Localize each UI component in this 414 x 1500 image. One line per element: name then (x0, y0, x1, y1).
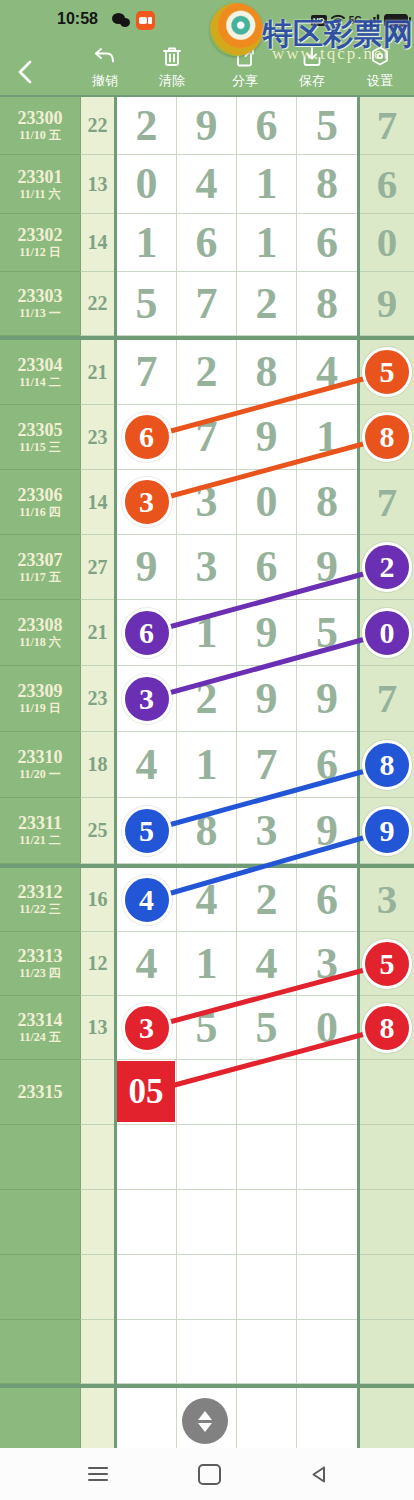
digit-cell[interactable] (297, 1060, 357, 1125)
marked-digit-circle-red[interactable]: 8 (362, 1003, 412, 1053)
sum-cell: 14 (80, 470, 114, 535)
period-number: 23309 (0, 681, 80, 701)
digit-cell[interactable]: 9 (117, 535, 177, 600)
digit-cell[interactable]: 6 (297, 214, 357, 272)
sum-cell (80, 1190, 114, 1255)
sum-cell: 21 (80, 340, 114, 405)
draw-digit: 2 (196, 677, 218, 721)
draw-digit: 1 (196, 743, 218, 787)
draw-date: 11/11 六 (0, 187, 80, 202)
digit-cell[interactable]: 6 (177, 214, 237, 272)
draw-digit: 1 (196, 942, 218, 986)
digit-cell[interactable] (297, 1388, 357, 1454)
tail-digit-cell[interactable] (360, 1320, 414, 1384)
digit-cell[interactable]: 7 (237, 732, 297, 798)
draw-date: 11/15 三 (0, 440, 80, 455)
draw-digit: 4 (136, 743, 158, 787)
draw-digit: 5 (136, 282, 158, 326)
digit-cell[interactable]: 9 (297, 535, 357, 600)
chart-toolbar: 撤销 清除 分享 保存 设置 (0, 40, 414, 95)
chart-row: 2331011/20 一1841768 (0, 732, 414, 798)
digit-cell[interactable]: 1 (177, 732, 237, 798)
tail-digit-cell[interactable]: 9 (360, 798, 414, 864)
chart-row: 2330711/17 五2793692 (0, 535, 414, 600)
digit-cell[interactable]: 3 (177, 535, 237, 600)
chart-row: 2330211/12 日1416160 (0, 214, 414, 272)
draw-digit: 2 (136, 104, 158, 148)
digit-cell[interactable] (237, 1060, 297, 1125)
period-cell (0, 1125, 80, 1190)
chart-row: 2331411/24 五1335508 (0, 996, 414, 1060)
save-icon (300, 44, 324, 70)
draw-digit: 8 (196, 809, 218, 853)
digit-cell[interactable] (177, 1125, 237, 1190)
draw-digit: 4 (256, 942, 278, 986)
clear-label: 清除 (142, 72, 202, 90)
sum-cell: 21 (80, 600, 114, 666)
digit-cell[interactable]: 1 (177, 600, 237, 666)
period-cell: 2330811/18 六 (0, 600, 80, 666)
digit-cell[interactable]: 5 (177, 996, 237, 1060)
digit-cell[interactable]: 6 (297, 868, 357, 932)
digit-cell[interactable]: 3 (297, 932, 357, 996)
digit-cell[interactable]: 7 (177, 272, 237, 336)
digit-cell[interactable]: 3 (177, 470, 237, 535)
settings-button[interactable]: 设置 (350, 44, 410, 90)
chart-row: 2331211/22 三1644263 (0, 868, 414, 932)
digit-cell[interactable]: 6 (237, 535, 297, 600)
draw-digit: 2 (256, 878, 278, 922)
digit-cell[interactable]: 4 (297, 340, 357, 405)
draw-date: 11/22 三 (0, 902, 80, 917)
draw-digit: 2 (196, 350, 218, 394)
draw-digit: 0 (256, 480, 278, 524)
trend-chart-board: 2330011/10 五22296572330111/11 六130418623… (0, 95, 414, 1454)
draw-digit: 4 (136, 942, 158, 986)
draw-digit: 9 (316, 677, 338, 721)
digit-cell[interactable]: 8 (177, 798, 237, 864)
clear-button[interactable]: 清除 (142, 44, 202, 90)
period-number: 23300 (0, 108, 80, 128)
draw-digit: 6 (256, 104, 278, 148)
wechat-icon (112, 13, 132, 29)
draw-date: 11/17 五 (0, 570, 80, 585)
draw-digit: 3 (196, 545, 218, 589)
digit-cell[interactable]: 1 (237, 214, 297, 272)
chart-row: 2330511/15 三2367918 (0, 405, 414, 470)
draw-digit: 3 (316, 942, 338, 986)
digit-cell[interactable]: 6 (297, 732, 357, 798)
digit-cell[interactable]: 8 (297, 272, 357, 336)
digit-cell[interactable] (297, 1190, 357, 1255)
sum-cell: 27 (80, 535, 114, 600)
digit-cell[interactable] (177, 1190, 237, 1255)
undo-label: 撤销 (75, 72, 135, 90)
tail-digit-cell[interactable]: 9 (360, 272, 414, 336)
period-number: 23313 (0, 946, 80, 966)
digit-cell[interactable]: 2 (177, 340, 237, 405)
period-cell (0, 1388, 80, 1454)
marked-digit-circle-orange[interactable]: 8 (362, 412, 412, 462)
digit-cell[interactable]: 9 (237, 666, 297, 732)
tail-digit-cell[interactable]: 7 (360, 470, 414, 535)
draw-digit: 6 (316, 878, 338, 922)
period-cell: 2330411/14 二 (0, 340, 80, 405)
digit-cell[interactable]: 9 (237, 405, 297, 470)
draw-date: 11/24 五 (0, 1030, 80, 1045)
draw-digit: 3 (196, 480, 218, 524)
draw-digit: 6 (316, 221, 338, 265)
draw-digit: 7 (196, 282, 218, 326)
marked-digit-circle-blue[interactable]: 4 (122, 875, 172, 925)
digit-cell[interactable]: 3 (237, 798, 297, 864)
draw-digit: 8 (316, 162, 338, 206)
marked-digit-circle-purple[interactable]: 3 (122, 674, 172, 724)
draw-digit: 6 (256, 545, 278, 589)
tail-digit-cell[interactable]: 0 (360, 600, 414, 666)
period-cell: 2331311/23 四 (0, 932, 80, 996)
tail-digit-cell[interactable]: 8 (360, 732, 414, 798)
draw-date: 11/10 五 (0, 128, 80, 143)
draw-digit: 9 (316, 809, 338, 853)
marked-digit-circle-purple[interactable]: 6 (122, 608, 172, 658)
back-chevron[interactable] (14, 58, 38, 86)
digit-cell[interactable]: 0 (117, 155, 177, 214)
down-triangle-icon (198, 1423, 212, 1432)
home-key-icon[interactable] (198, 1464, 221, 1485)
digit-cell[interactable]: 1 (297, 405, 357, 470)
draw-digit: 6 (316, 743, 338, 787)
digit-cell[interactable]: 0 (297, 996, 357, 1060)
save-button[interactable]: 保存 (282, 44, 342, 90)
digit-cell[interactable] (237, 1125, 297, 1190)
chart-row: 2331505 (0, 1060, 414, 1125)
digit-cell[interactable]: 7 (117, 340, 177, 405)
draw-digit: 2 (256, 282, 278, 326)
chart-row: 2330411/14 二2172845 (0, 340, 414, 405)
period-cell: 2330011/10 五 (0, 97, 80, 155)
tail-digit-cell[interactable]: 5 (360, 932, 414, 996)
digit-cell[interactable]: 4 (117, 868, 177, 932)
draw-digit: 7 (196, 415, 218, 459)
draw-digit: 0 (136, 162, 158, 206)
digit-cell[interactable]: 1 (117, 214, 177, 272)
draw-digit: 7 (377, 105, 398, 146)
digit-cell[interactable]: 6 (237, 97, 297, 155)
chart-row: 2330311/13 一2257289 (0, 272, 414, 336)
digit-cell[interactable]: 2 (117, 97, 177, 155)
period-number: 23307 (0, 550, 80, 570)
draw-date: 11/23 四 (0, 966, 80, 981)
sum-cell: 12 (80, 932, 114, 996)
sum-cell: 14 (80, 214, 114, 272)
digit-cell[interactable]: 2 (237, 868, 297, 932)
digit-cell[interactable]: 3 (117, 996, 177, 1060)
marked-digit-circle-red[interactable]: 3 (122, 1003, 172, 1053)
period-number: 23303 (0, 286, 80, 306)
android-nav-bar (0, 1448, 414, 1500)
digit-cell[interactable]: 4 (237, 932, 297, 996)
draw-digit: 1 (256, 162, 278, 206)
digit-cell[interactable]: 4 (177, 868, 237, 932)
tail-digit-cell[interactable]: 8 (360, 996, 414, 1060)
digit-cell[interactable]: 0 (237, 470, 297, 535)
period-number: 23302 (0, 225, 80, 245)
5g-label: 5G (349, 15, 362, 26)
back-key-icon[interactable] (311, 1466, 326, 1483)
tail-digit-cell[interactable] (360, 1125, 414, 1190)
draw-digit: 9 (196, 104, 218, 148)
period-cell: 2330511/15 三 (0, 405, 80, 470)
draw-digit: 5 (316, 611, 338, 655)
draw-digit: 9 (136, 545, 158, 589)
sum-cell (80, 1060, 114, 1125)
digit-cell[interactable]: 9 (177, 97, 237, 155)
sum-cell: 18 (80, 732, 114, 798)
scroll-toggle-button[interactable] (182, 1398, 228, 1444)
period-number: 23312 (0, 882, 80, 902)
draw-digit: 7 (377, 482, 398, 523)
sum-cell: 23 (80, 666, 114, 732)
period-cell: 2330311/13 一 (0, 272, 80, 336)
digit-cell[interactable] (117, 1255, 177, 1320)
draw-date: 11/13 一 (0, 306, 80, 321)
draw-date: 11/19 日 (0, 701, 80, 716)
tail-digit-cell[interactable] (360, 1388, 414, 1454)
draw-date: 11/14 二 (0, 375, 80, 390)
draw-date: 11/16 四 (0, 505, 80, 520)
digit-cell[interactable]: 5 (297, 97, 357, 155)
digit-cell[interactable]: 1 (177, 932, 237, 996)
chart-row: 2330911/19 日2332997 (0, 666, 414, 732)
period-cell: 2331111/21 二 (0, 798, 80, 864)
chart-row: 2331311/23 四1241435 (0, 932, 414, 996)
draw-digit: 1 (316, 415, 338, 459)
marked-digit-circle-red[interactable]: 5 (362, 939, 412, 989)
period-cell: 2331211/22 三 (0, 868, 80, 932)
draw-digit: 0 (316, 1006, 338, 1050)
tail-digit-cell[interactable]: 7 (360, 97, 414, 155)
marked-digit-circle-orange[interactable]: 3 (122, 477, 172, 527)
share-label: 分享 (215, 72, 275, 90)
save-label: 保存 (282, 72, 342, 90)
draw-date: 11/18 六 (0, 635, 80, 650)
draw-digit: 5 (316, 104, 338, 148)
digit-cell[interactable]: 8 (297, 155, 357, 214)
tail-digit-cell[interactable]: 0 (360, 214, 414, 272)
digit-cell[interactable]: 4 (177, 155, 237, 214)
draw-date: 11/21 二 (0, 833, 80, 848)
digit-cell[interactable] (117, 1190, 177, 1255)
period-cell: 2330711/17 五 (0, 535, 80, 600)
trash-icon (160, 44, 184, 70)
tail-digit-cell[interactable] (360, 1190, 414, 1255)
settings-label: 设置 (350, 72, 410, 90)
chart-row (0, 1320, 414, 1384)
draw-digit: 9 (256, 611, 278, 655)
hd-badge: HD (311, 15, 327, 26)
draw-digit: 9 (256, 677, 278, 721)
clock-text: 10:58 (57, 10, 98, 28)
period-cell (0, 1320, 80, 1384)
period-number: 23311 (0, 813, 80, 833)
digit-cell[interactable]: 4 (117, 732, 177, 798)
draw-digit: 3 (256, 809, 278, 853)
period-cell: 2331411/24 五 (0, 996, 80, 1060)
digit-cell[interactable] (117, 1388, 177, 1454)
draw-digit: 0 (377, 222, 398, 263)
period-number: 23310 (0, 747, 80, 767)
draw-digit: 8 (316, 480, 338, 524)
draw-digit: 5 (256, 1006, 278, 1050)
chart-row: 2330811/18 六2161950 (0, 600, 414, 666)
digit-cell[interactable] (237, 1388, 297, 1454)
up-triangle-icon (198, 1411, 212, 1420)
digit-cell[interactable]: 3 (117, 666, 177, 732)
tail-digit-cell[interactable]: 7 (360, 666, 414, 732)
chart-row (0, 1255, 414, 1320)
tail-digit-cell[interactable]: 5 (360, 340, 414, 405)
period-number: 23304 (0, 355, 80, 375)
digit-cell[interactable]: 8 (237, 340, 297, 405)
period-number: 23306 (0, 485, 80, 505)
digit-cell[interactable] (117, 1125, 177, 1190)
chart-row (0, 1125, 414, 1190)
chart-row: 2331111/21 二2558399 (0, 798, 414, 864)
app-screen: 10:58 HD 5G 特区彩票网 www.tqcp.net 撤销 清除 分享 (0, 0, 414, 1500)
system-status-icons: HD 5G (311, 12, 408, 28)
digit-cell[interactable]: 5 (297, 600, 357, 666)
digit-cell[interactable]: 9 (297, 666, 357, 732)
draw-digit: 1 (196, 611, 218, 655)
undo-button[interactable]: 撤销 (75, 44, 135, 90)
sum-cell (80, 1388, 114, 1454)
draw-digit: 9 (316, 545, 338, 589)
menu-key-icon[interactable] (88, 1467, 108, 1481)
draw-digit: 9 (256, 415, 278, 459)
draw-digit: 6 (377, 164, 398, 205)
digit-cell[interactable] (237, 1255, 297, 1320)
chart-row (0, 1190, 414, 1255)
digit-cell[interactable]: 6 (117, 405, 177, 470)
draw-digit: 8 (316, 282, 338, 326)
sum-cell (80, 1125, 114, 1190)
share-button[interactable]: 分享 (215, 44, 275, 90)
period-cell: 2331011/20 一 (0, 732, 80, 798)
tail-digit-cell[interactable]: 2 (360, 535, 414, 600)
digit-cell[interactable]: 6 (117, 600, 177, 666)
draw-digit: 7 (377, 678, 398, 719)
draw-digit: 8 (256, 350, 278, 394)
sum-cell (80, 1320, 114, 1384)
digit-cell[interactable] (237, 1320, 297, 1384)
marked-digit-circle-blue[interactable]: 9 (362, 806, 412, 856)
period-cell (0, 1190, 80, 1255)
draw-digit: 1 (136, 221, 158, 265)
draw-digit: 4 (196, 162, 218, 206)
battery-icon (384, 14, 408, 27)
wifi-icon (331, 14, 345, 26)
marked-digit-circle-orange[interactable]: 6 (122, 412, 172, 462)
draw-date: 11/12 日 (0, 245, 80, 260)
draw-digit: 9 (377, 283, 398, 324)
digit-cell[interactable] (177, 1320, 237, 1384)
digit-cell[interactable] (297, 1125, 357, 1190)
digit-cell[interactable]: 2 (177, 666, 237, 732)
draw-digit: 5 (196, 1006, 218, 1050)
digit-cell[interactable]: 5 (237, 996, 297, 1060)
digit-cell[interactable]: 2 (237, 272, 297, 336)
digit-cell[interactable]: 4 (117, 932, 177, 996)
marked-digit-circle-blue[interactable]: 8 (362, 740, 412, 790)
digit-cell[interactable] (297, 1255, 357, 1320)
digit-cell[interactable]: 3 (117, 470, 177, 535)
draw-digit: 4 (316, 350, 338, 394)
marked-digit-circle-purple[interactable]: 0 (362, 608, 412, 658)
digit-cell[interactable] (297, 1320, 357, 1384)
digit-cell[interactable]: 9 (237, 600, 297, 666)
tail-digit-cell[interactable]: 3 (360, 868, 414, 932)
digit-cell[interactable] (117, 1320, 177, 1384)
sum-cell: 22 (80, 97, 114, 155)
sum-cell: 22 (80, 272, 114, 336)
tail-digit-cell[interactable]: 6 (360, 155, 414, 214)
period-number: 23315 (0, 1082, 80, 1102)
settings-icon (368, 44, 392, 70)
draw-digit: 7 (136, 350, 158, 394)
tail-digit-cell[interactable] (360, 1060, 414, 1125)
draw-digit: 6 (196, 221, 218, 265)
digit-cell[interactable]: 7 (177, 405, 237, 470)
marked-digit-circle-blue[interactable]: 5 (122, 806, 172, 856)
tail-digit-cell[interactable] (360, 1255, 414, 1320)
digit-cell[interactable]: 5 (117, 798, 177, 864)
undo-icon (93, 44, 117, 70)
digit-cell[interactable] (237, 1190, 297, 1255)
digit-cell[interactable]: 5 (117, 272, 177, 336)
digit-cell[interactable] (177, 1060, 237, 1125)
period-number: 23314 (0, 1010, 80, 1030)
digit-cell[interactable]: 8 (297, 470, 357, 535)
draw-digit: 7 (256, 743, 278, 787)
digit-cell[interactable]: 9 (297, 798, 357, 864)
tail-digit-cell[interactable]: 8 (360, 405, 414, 470)
marked-digit-circle-orange[interactable]: 5 (362, 347, 412, 397)
draw-digit: 1 (256, 221, 278, 265)
draw-digit: 3 (377, 879, 398, 920)
digit-cell[interactable] (177, 1255, 237, 1320)
sum-cell: 13 (80, 155, 114, 214)
period-cell (0, 1255, 80, 1320)
period-cell: 2330611/16 四 (0, 470, 80, 535)
marked-digit-circle-purple[interactable]: 2 (362, 542, 412, 592)
period-cell: 23315 (0, 1060, 80, 1125)
period-cell: 2330111/11 六 (0, 155, 80, 214)
share-icon (233, 44, 257, 70)
chart-row: 2330011/10 五2229657 (0, 97, 414, 155)
digit-cell[interactable]: 05 (117, 1060, 177, 1125)
sum-cell (80, 1255, 114, 1320)
draw-digit: 4 (196, 878, 218, 922)
digit-cell[interactable]: 1 (237, 155, 297, 214)
sum-cell: 23 (80, 405, 114, 470)
period-number: 23301 (0, 167, 80, 187)
chart-row: 2330111/11 六1304186 (0, 155, 414, 214)
signal-icon (366, 14, 380, 26)
status-bar: 10:58 HD 5G (0, 0, 414, 40)
next-draw-pick-square[interactable]: 05 (117, 1061, 175, 1122)
period-number: 23305 (0, 420, 80, 440)
